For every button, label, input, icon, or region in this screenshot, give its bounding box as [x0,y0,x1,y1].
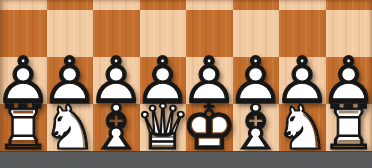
square-c4[interactable] [93,0,140,10]
square-f4[interactable] [233,0,280,10]
square-d1[interactable]: ♛♕ [140,104,187,151]
square-b1[interactable]: ♞♘ [47,104,94,151]
square-g4[interactable] [279,0,326,10]
square-e4[interactable] [186,0,233,10]
square-a1[interactable]: ♜♖ [0,104,47,151]
board: ♟♙♟♙♟♙♟♙♟♙♟♙♟♙♟♙♜♖♞♘♝♗♛♕♚♔♝♗♞♘♜♖ [0,0,372,151]
app-screen: ♟♙♟♙♟♙♟♙♟♙♟♙♟♙♟♙♜♖♞♘♝♗♛♕♚♔♝♗♞♘♜♖ [0,0,372,168]
square-c1[interactable]: ♝♗ [93,104,140,151]
piece-outline-glyph: ♖ [321,96,372,151]
square-g1[interactable]: ♞♘ [279,104,326,151]
square-d4[interactable] [140,0,187,10]
square-h1[interactable]: ♜♖ [326,104,372,151]
white-rook[interactable]: ♜♖ [321,96,372,151]
square-e1[interactable]: ♚♔ [186,104,233,151]
square-a4[interactable] [0,0,47,10]
square-b4[interactable] [47,0,94,10]
bottom-bar [0,151,372,168]
square-f1[interactable]: ♝♗ [233,104,280,151]
square-h4[interactable] [326,0,372,10]
